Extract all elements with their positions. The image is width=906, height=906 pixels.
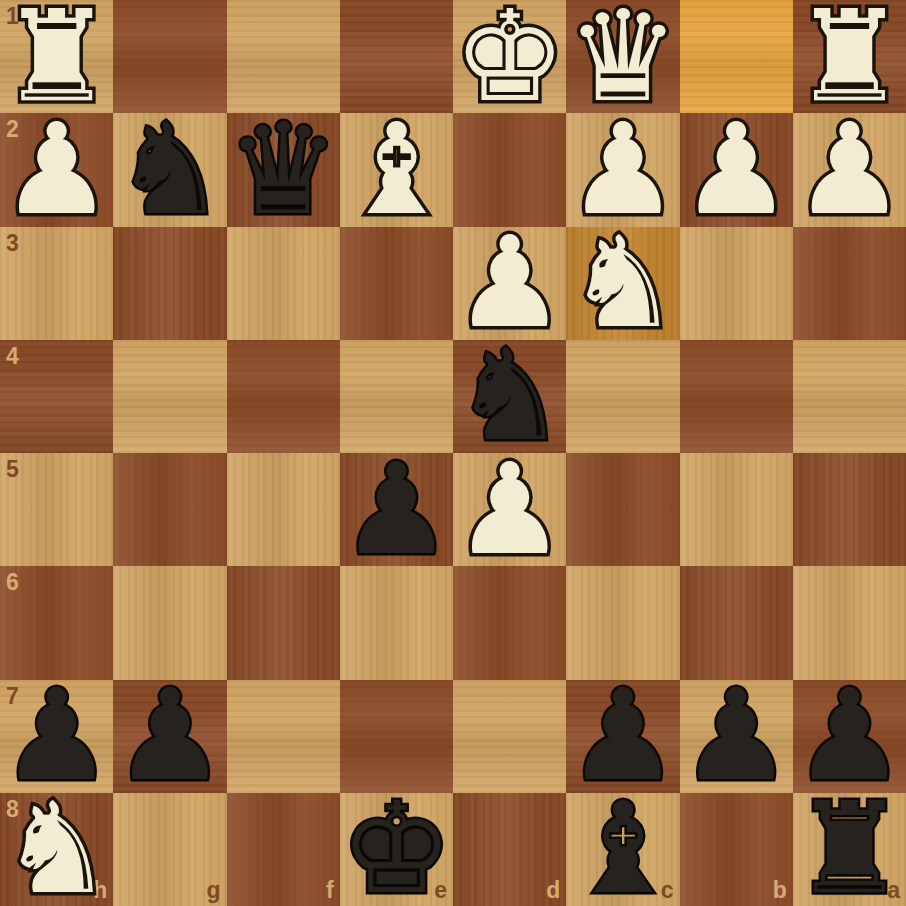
black-queen-f2[interactable]: ♛ [227, 113, 340, 226]
square-f7[interactable] [227, 680, 340, 793]
square-c5[interactable] [566, 453, 679, 566]
square-b8[interactable]: b [680, 793, 793, 906]
square-a4[interactable] [793, 340, 906, 453]
file-label-f: f [326, 879, 334, 902]
square-h4[interactable]: 4 [0, 340, 113, 453]
black-pawn-g7[interactable]: ♟ [113, 680, 226, 793]
file-label-d: d [546, 879, 560, 902]
white-pawn-d5[interactable]: ♟ [453, 453, 566, 566]
square-g3[interactable] [113, 227, 226, 340]
square-e3[interactable] [340, 227, 453, 340]
black-pawn-b7[interactable]: ♟ [680, 680, 793, 793]
rank-label-6: 6 [6, 571, 19, 594]
file-label-b: b [773, 879, 787, 902]
square-b3[interactable] [680, 227, 793, 340]
square-e5[interactable]: ♟ [340, 453, 453, 566]
white-king-d1[interactable]: ♚ [453, 0, 566, 113]
white-knight-c3[interactable]: ♞ [566, 227, 679, 340]
white-bishop-e2[interactable]: ♝ [340, 113, 453, 226]
square-a8[interactable]: a♜ [793, 793, 906, 906]
square-f2[interactable]: ♛ [227, 113, 340, 226]
square-a2[interactable]: ♟ [793, 113, 906, 226]
square-a5[interactable] [793, 453, 906, 566]
square-h2[interactable]: 2♟ [0, 113, 113, 226]
square-h8[interactable]: 8h♞ [0, 793, 113, 906]
black-rook-a8[interactable]: ♜ [793, 793, 906, 906]
square-d6[interactable] [453, 566, 566, 679]
square-b5[interactable] [680, 453, 793, 566]
square-g2[interactable]: ♞ [113, 113, 226, 226]
black-knight-g2[interactable]: ♞ [113, 113, 226, 226]
square-b2[interactable]: ♟ [680, 113, 793, 226]
black-bishop-c8[interactable]: ♝ [566, 793, 679, 906]
square-b4[interactable] [680, 340, 793, 453]
black-king-e8[interactable]: ♚ [340, 793, 453, 906]
square-g5[interactable] [113, 453, 226, 566]
white-pawn-b2[interactable]: ♟ [680, 113, 793, 226]
white-pawn-h2[interactable]: ♟ [0, 113, 113, 226]
square-g4[interactable] [113, 340, 226, 453]
square-c3[interactable]: ♞ [566, 227, 679, 340]
white-knight-h8[interactable]: ♞ [0, 793, 113, 906]
square-e8[interactable]: e♚ [340, 793, 453, 906]
square-h5[interactable]: 5 [0, 453, 113, 566]
black-pawn-e5[interactable]: ♟ [340, 453, 453, 566]
square-f3[interactable] [227, 227, 340, 340]
square-d1[interactable]: ♚ [453, 0, 566, 113]
square-g7[interactable]: ♟ [113, 680, 226, 793]
file-label-g: g [206, 879, 220, 902]
square-f8[interactable]: f [227, 793, 340, 906]
square-h3[interactable]: 3 [0, 227, 113, 340]
square-d5[interactable]: ♟ [453, 453, 566, 566]
square-c8[interactable]: c♝ [566, 793, 679, 906]
square-a3[interactable] [793, 227, 906, 340]
square-d8[interactable]: d [453, 793, 566, 906]
square-g8[interactable]: g [113, 793, 226, 906]
square-e6[interactable] [340, 566, 453, 679]
square-e2[interactable]: ♝ [340, 113, 453, 226]
square-d7[interactable] [453, 680, 566, 793]
chess-board: 1♜♚♛♜2♟♞♛♝♟♟♟3♟♞4♞5♟♟67♟♟♟♟♟8h♞gfe♚dc♝ba… [0, 0, 906, 906]
square-b7[interactable]: ♟ [680, 680, 793, 793]
white-pawn-a2[interactable]: ♟ [793, 113, 906, 226]
square-f5[interactable] [227, 453, 340, 566]
rank-label-5: 5 [6, 458, 19, 481]
rank-label-4: 4 [6, 345, 19, 368]
square-f6[interactable] [227, 566, 340, 679]
square-f4[interactable] [227, 340, 340, 453]
square-c4[interactable] [566, 340, 679, 453]
